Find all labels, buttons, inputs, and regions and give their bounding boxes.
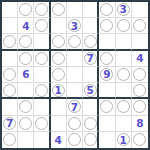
cell-r4c7[interactable] [99,51,115,67]
given-digit: 8 [136,118,143,129]
odd-marker-circle-icon [100,3,113,16]
cell-r5c1[interactable] [2,67,18,83]
cell-r7c3[interactable] [34,99,50,115]
cell-r7c1[interactable] [2,99,18,115]
cell-r1c4[interactable] [51,2,67,18]
cell-r9c8[interactable]: 1 [116,132,132,148]
cell-r6c4[interactable]: 1 [51,83,67,99]
cell-r2c4[interactable] [51,18,67,34]
odd-marker-circle-icon [19,100,32,113]
odd-marker-circle-icon [100,100,113,113]
cell-r3c9[interactable] [132,34,148,50]
cell-r7c7[interactable] [99,99,115,115]
given-digit: 5 [87,85,94,96]
odd-marker-circle-icon [19,52,32,65]
cell-r4c2[interactable] [18,51,34,67]
cell-r3c7[interactable] [99,34,115,50]
cell-r4c5[interactable] [67,51,83,67]
cell-r2c7[interactable] [99,18,115,34]
cell-r2c2[interactable]: 4 [18,18,34,34]
odd-marker-circle-icon [35,52,48,65]
cell-r1c9[interactable] [132,2,148,18]
cell-r1c7[interactable] [99,2,115,18]
cell-r8c5[interactable] [67,116,83,132]
cell-r3c4[interactable] [51,34,67,50]
odd-marker-circle-icon [133,133,146,146]
odd-marker-circle-icon [19,117,32,130]
cell-r5c8[interactable] [116,67,132,83]
odd-marker-circle-icon [117,100,130,113]
odd-marker-circle-icon [3,68,16,81]
cell-r6c5[interactable] [67,83,83,99]
given-digit: 9 [103,69,110,80]
cell-r8c2[interactable] [18,116,34,132]
cell-r7c2[interactable] [18,99,34,115]
given-digit: 7 [87,53,94,64]
odd-marker-circle-icon [117,68,130,81]
cell-r5c7[interactable]: 9 [99,67,115,83]
odd-marker-circle-icon [133,68,146,81]
odd-marker-circle-icon [35,117,48,130]
odd-marker-circle-icon [35,84,48,97]
cell-r9c5[interactable] [67,132,83,148]
cell-r3c6[interactable] [83,34,99,50]
cell-r5c6[interactable] [83,67,99,83]
odd-marker-circle-icon [19,35,32,48]
cell-r4c3[interactable] [34,51,50,67]
odd-marker-circle-icon [68,117,81,130]
odd-marker-circle-icon [35,3,48,16]
cell-r8c1[interactable]: 7 [2,116,18,132]
cell-r6c6[interactable]: 5 [83,83,99,99]
odd-marker-circle-icon [100,19,113,32]
cell-r6c1[interactable] [2,83,18,99]
odd-marker-circle-icon [3,133,16,146]
cell-r6c8[interactable] [116,83,132,99]
cell-r8c9[interactable]: 8 [132,116,148,132]
odd-marker-circle-icon [100,52,113,65]
cell-r3c1[interactable] [2,34,18,50]
odd-marker-circle-icon [3,35,16,48]
cell-r1c5[interactable] [67,2,83,18]
odd-marker-circle-icon [19,3,32,16]
cell-r5c3[interactable] [34,67,50,83]
cell-r2c5[interactable]: 3 [67,18,83,34]
odd-marker-circle-icon [52,52,65,65]
odd-marker-circle-icon [52,3,65,16]
cell-r2c1[interactable] [2,18,18,34]
cell-r6c2[interactable] [18,83,34,99]
odd-marker-circle-icon [84,133,97,146]
cell-r1c6[interactable] [83,2,99,18]
cell-r7c9[interactable] [132,99,148,115]
odd-marker-circle-icon [52,35,65,48]
cell-r4c1[interactable] [2,51,18,67]
cell-r5c5[interactable] [67,67,83,83]
odd-marker-circle-icon [84,35,97,48]
cell-r3c2[interactable] [18,34,34,50]
sudoku-board: 34374691577841 [0,0,150,150]
odd-marker-circle-icon [84,117,97,130]
cell-r2c9[interactable] [132,18,148,34]
cell-r5c9[interactable] [132,67,148,83]
cell-r9c9[interactable] [132,132,148,148]
cell-r9c3[interactable] [34,132,50,148]
cell-r8c7[interactable] [99,116,115,132]
cell-r1c1[interactable] [2,2,18,18]
cell-r7c8[interactable] [116,99,132,115]
cell-r6c7[interactable] [99,83,115,99]
odd-marker-circle-icon [133,19,146,32]
cell-r7c4[interactable] [51,99,67,115]
cell-r1c3[interactable] [34,2,50,18]
cell-r4c6[interactable]: 7 [83,51,99,67]
cell-r3c3[interactable] [34,34,50,50]
given-digit: 1 [55,85,62,96]
cell-r9c2[interactable] [18,132,34,148]
odd-marker-circle-icon [117,19,130,32]
cell-r5c4[interactable] [51,67,67,83]
cell-r4c9[interactable]: 4 [132,51,148,67]
cell-r9c4[interactable]: 4 [51,132,67,148]
cell-r8c8[interactable] [116,116,132,132]
cell-r9c7[interactable] [99,132,115,148]
cell-r2c6[interactable] [83,18,99,34]
odd-marker-circle-icon [133,84,146,97]
odd-marker-circle-icon [68,35,81,48]
cell-r4c4[interactable] [51,51,67,67]
cell-r1c2[interactable] [18,2,34,18]
given-digit: 7 [6,118,13,129]
cell-r2c8[interactable] [116,18,132,34]
cell-r3c5[interactable] [67,34,83,50]
odd-marker-circle-icon [35,19,48,32]
cell-r3c8[interactable] [116,34,132,50]
cell-r1c8[interactable]: 3 [116,2,132,18]
given-digit: 6 [22,69,29,80]
given-digit: 4 [136,53,143,64]
cell-r9c1[interactable] [2,132,18,148]
cell-r4c8[interactable] [116,51,132,67]
cell-r9c6[interactable] [83,132,99,148]
cell-r7c5[interactable]: 7 [67,99,83,115]
cell-r6c3[interactable] [34,83,50,99]
given-digit: 1 [120,135,127,146]
given-digit: 7 [71,102,78,113]
cell-r7c6[interactable] [83,99,99,115]
given-digit: 3 [120,4,127,15]
given-digit: 4 [22,21,29,32]
cell-r2c3[interactable] [34,18,50,34]
cell-r8c4[interactable] [51,116,67,132]
odd-marker-circle-icon [133,100,146,113]
cell-r5c2[interactable]: 6 [18,67,34,83]
given-digit: 3 [71,21,78,32]
cell-r6c9[interactable] [132,83,148,99]
odd-marker-circle-icon [3,84,16,97]
cell-r8c6[interactable] [83,116,99,132]
odd-marker-circle-icon [52,68,65,81]
odd-marker-circle-icon [68,133,81,146]
given-digit: 4 [55,135,62,146]
cell-r8c3[interactable] [34,116,50,132]
